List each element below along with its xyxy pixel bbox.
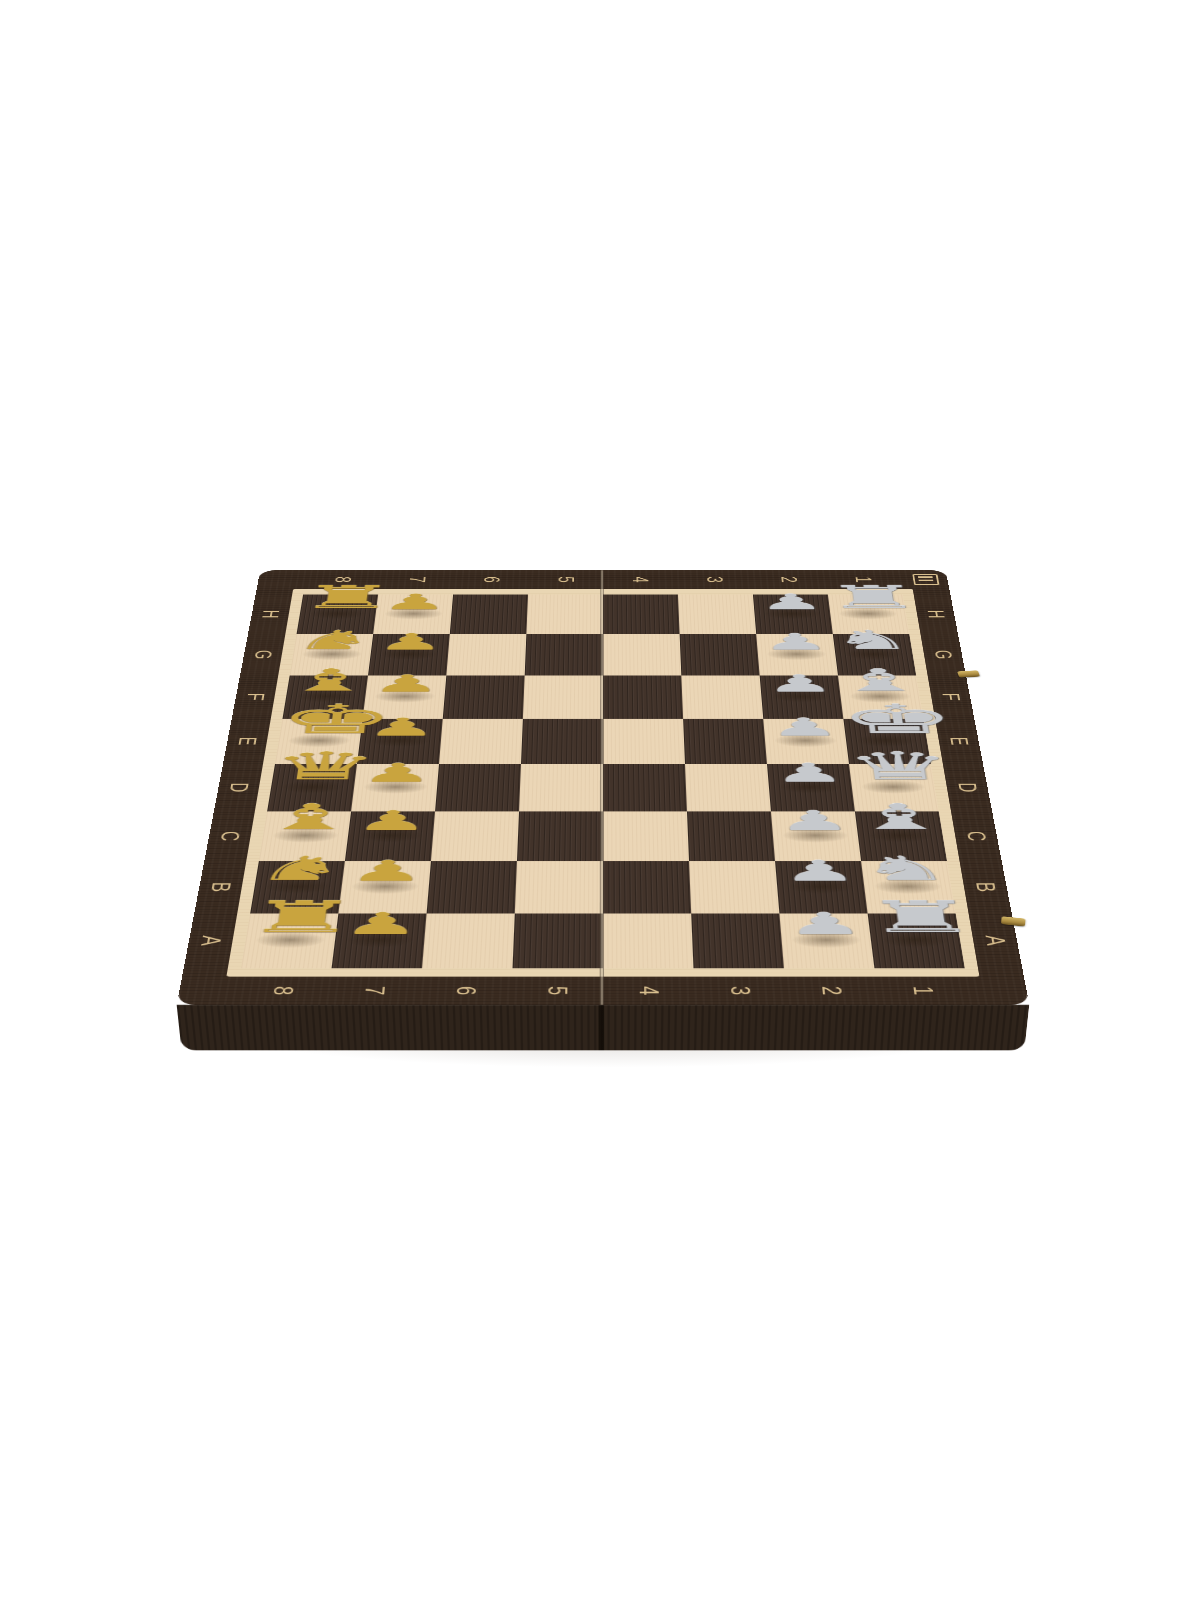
square-b7 <box>338 861 431 913</box>
piece-white-pawn-h2: ♟ <box>749 590 834 614</box>
square-g3 <box>680 634 760 675</box>
rank-label-top-4: 4 <box>626 573 653 587</box>
square-h5 <box>526 595 603 635</box>
rank-label-top-3: 3 <box>701 573 729 587</box>
square-f5 <box>523 675 603 718</box>
rank-label-bottom-2: 2 <box>814 980 850 1001</box>
file-label-left-F: F <box>239 689 271 705</box>
board-perspective-wrapper: HGFEDCBAHGFEDCBA8765432187654321 ♜♞♝♛♚♝♞… <box>223 384 983 1144</box>
rank-label-top-6: 6 <box>477 573 505 587</box>
file-label-left-A: A <box>193 931 229 951</box>
square-c5 <box>517 811 603 861</box>
chess-board: HGFEDCBAHGFEDCBA8765432187654321 ♜♞♝♛♚♝♞… <box>177 570 1030 1005</box>
rank-label-bottom-7: 7 <box>357 980 393 1001</box>
square-a3 <box>691 914 784 969</box>
piece-white-rook-h1: ♜ <box>822 580 909 614</box>
rank-label-top-2: 2 <box>775 573 804 587</box>
file-label-left-G: G <box>247 647 278 662</box>
piece-black-pawn-g7: ♟ <box>367 629 454 654</box>
square-b3 <box>689 861 779 913</box>
square-g4 <box>603 634 681 675</box>
file-label-left-D: D <box>222 779 256 796</box>
square-f4 <box>603 675 683 718</box>
product-photo: HGFEDCBAHGFEDCBA8765432187654321 ♜♞♝♛♚♝♞… <box>0 0 1200 1600</box>
piece-black-pawn-e7: ♟ <box>356 713 447 741</box>
board-front-face <box>177 1005 1030 1051</box>
square-b2 <box>775 861 868 913</box>
square-c6 <box>431 811 519 861</box>
file-label-right-C: C <box>959 827 993 845</box>
square-a4 <box>603 914 693 969</box>
rank-label-bottom-6: 6 <box>448 980 483 1001</box>
piece-white-pawn-e2: ♟ <box>759 713 850 741</box>
square-b4 <box>603 861 691 913</box>
square-b8 <box>250 861 345 913</box>
square-f6 <box>443 675 525 718</box>
square-d4 <box>603 764 687 811</box>
square-c2 <box>771 811 861 861</box>
rank-label-bottom-4: 4 <box>632 980 666 1001</box>
square-b5 <box>515 861 603 913</box>
rank-label-bottom-1: 1 <box>905 980 942 1001</box>
square-c8 <box>259 811 351 861</box>
file-label-left-E: E <box>231 733 264 750</box>
piece-white-pawn-g2: ♟ <box>752 629 839 654</box>
file-label-left-B: B <box>203 878 238 897</box>
square-a1 <box>868 914 965 969</box>
piece-black-pawn-f7: ♟ <box>361 670 450 696</box>
square-g6 <box>446 634 526 675</box>
square-a8 <box>241 914 338 969</box>
rank-label-bottom-8: 8 <box>265 980 302 1001</box>
square-d6 <box>435 764 521 811</box>
square-g5 <box>525 634 603 675</box>
piece-black-rook-h8: ♜ <box>296 580 383 614</box>
piece-black-knight-g8: ♞ <box>289 625 378 654</box>
file-label-left-C: C <box>213 827 247 845</box>
rank-label-top-5: 5 <box>552 573 579 587</box>
latch-icon <box>957 670 980 677</box>
square-f3 <box>681 675 763 718</box>
square-e5 <box>521 719 603 764</box>
square-e6 <box>439 719 523 764</box>
square-a6 <box>422 914 515 969</box>
square-a5 <box>513 914 603 969</box>
piece-white-bishop-f1: ♝ <box>833 664 924 697</box>
square-b6 <box>427 861 517 913</box>
fold-seam <box>600 570 604 1005</box>
square-c1 <box>855 811 947 861</box>
square-h4 <box>603 595 680 635</box>
square-d3 <box>685 764 771 811</box>
square-e4 <box>603 719 685 764</box>
file-label-right-H: H <box>921 607 951 621</box>
file-label-right-B: B <box>968 878 1003 897</box>
square-a2 <box>779 914 874 969</box>
file-label-left-H: H <box>255 607 285 621</box>
square-a7 <box>332 914 427 969</box>
square-c3 <box>687 811 775 861</box>
square-b1 <box>861 861 956 913</box>
square-h6 <box>450 595 528 635</box>
square-c4 <box>603 811 689 861</box>
file-label-right-A: A <box>977 931 1013 951</box>
rank-label-top-7: 7 <box>403 573 432 587</box>
file-label-right-D: D <box>951 779 985 796</box>
piece-black-king-e8: ♚ <box>275 697 369 741</box>
rank-label-bottom-3: 3 <box>723 980 758 1001</box>
file-label-right-G: G <box>928 647 959 662</box>
piece-white-king-e1: ♚ <box>837 697 931 741</box>
rank-label-bottom-5: 5 <box>540 980 574 1001</box>
piece-black-bishop-f8: ♝ <box>282 664 373 697</box>
square-d5 <box>519 764 603 811</box>
piece-white-knight-g1: ♞ <box>828 625 917 654</box>
piece-white-pawn-f2: ♟ <box>755 670 844 696</box>
square-e3 <box>683 719 767 764</box>
square-h3 <box>678 595 756 635</box>
latch-icon <box>1001 916 1026 926</box>
square-c7 <box>345 811 435 861</box>
